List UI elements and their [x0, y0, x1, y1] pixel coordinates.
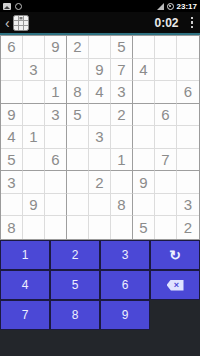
digit-button-6[interactable]: 6 — [100, 270, 150, 300]
sudoku-cell-r5c4[interactable] — [67, 126, 89, 149]
sudoku-cell-r3c1[interactable] — [1, 81, 23, 104]
sudoku-cell-r5c8[interactable] — [155, 126, 177, 149]
sudoku-cell-r2c1[interactable] — [1, 59, 23, 82]
sudoku-cell-r9c4[interactable] — [67, 216, 89, 239]
overflow-menu-icon[interactable] — [191, 17, 194, 29]
sudoku-cell-r3c2[interactable] — [23, 81, 45, 104]
ring-icon — [15, 3, 22, 10]
sudoku-cell-r7c7[interactable]: 9 — [133, 171, 155, 194]
sudoku-cell-r1c8[interactable] — [155, 36, 177, 59]
sudoku-cell-r8c9[interactable]: 3 — [177, 194, 199, 217]
sudoku-cell-r7c5[interactable]: 2 — [89, 171, 111, 194]
sudoku-cell-r3c8[interactable] — [155, 81, 177, 104]
sudoku-cell-r7c4[interactable] — [67, 171, 89, 194]
sudoku-cell-r8c8[interactable] — [155, 194, 177, 217]
backspace-icon: × — [167, 280, 184, 291]
sudoku-cell-r5c1[interactable]: 4 — [1, 126, 23, 149]
sudoku-cell-r2c9[interactable] — [177, 59, 199, 82]
digit-button-8[interactable]: 8 — [50, 300, 100, 330]
keypad-empty-slot — [150, 300, 200, 330]
sudoku-cell-r9c2[interactable] — [23, 216, 45, 239]
sudoku-cell-r4c6[interactable]: 2 — [111, 104, 133, 127]
sudoku-cell-r1c3[interactable]: 9 — [45, 36, 67, 59]
sudoku-cell-r1c6[interactable]: 5 — [111, 36, 133, 59]
backspace-button[interactable]: × — [150, 270, 200, 300]
sudoku-cell-r6c4[interactable] — [67, 149, 89, 172]
sudoku-cell-r2c2[interactable]: 3 — [23, 59, 45, 82]
sudoku-cell-r9c1[interactable]: 8 — [1, 216, 23, 239]
refresh-icon: ↻ — [169, 247, 181, 263]
sudoku-cell-r4c7[interactable] — [133, 104, 155, 127]
sudoku-cell-r5c2[interactable]: 1 — [23, 126, 45, 149]
sudoku-cell-r5c7[interactable] — [133, 126, 155, 149]
sudoku-cell-r8c4[interactable] — [67, 194, 89, 217]
sudoku-cell-r2c4[interactable] — [67, 59, 89, 82]
clock-icon — [167, 3, 174, 10]
sudoku-cell-r1c1[interactable]: 6 — [1, 36, 23, 59]
sudoku-cell-r4c2[interactable] — [23, 104, 45, 127]
status-bar: 23:17 — [0, 0, 200, 12]
sudoku-cell-r3c6[interactable]: 3 — [111, 81, 133, 104]
digit-button-7[interactable]: 7 — [0, 300, 50, 330]
sudoku-cell-r1c9[interactable] — [177, 36, 199, 59]
sudoku-cell-r6c2[interactable] — [23, 149, 45, 172]
sudoku-cell-r8c7[interactable] — [133, 194, 155, 217]
sudoku-cell-r4c9[interactable] — [177, 104, 199, 127]
sudoku-cell-r1c5[interactable] — [89, 36, 111, 59]
sudoku-cell-r9c8[interactable] — [155, 216, 177, 239]
sudoku-cell-r1c7[interactable] — [133, 36, 155, 59]
sudoku-cell-r8c6[interactable]: 8 — [111, 194, 133, 217]
photo-icon — [3, 3, 11, 10]
bottom-filler — [0, 330, 200, 356]
sudoku-board: 6925397418436935264135617329983852 — [0, 35, 200, 240]
sudoku-cell-r7c2[interactable] — [23, 171, 45, 194]
digit-button-4[interactable]: 4 — [0, 270, 50, 300]
sudoku-cell-r3c9[interactable]: 6 — [177, 81, 199, 104]
sudoku-cell-r4c4[interactable]: 5 — [67, 104, 89, 127]
sudoku-cell-r6c6[interactable]: 1 — [111, 149, 133, 172]
sudoku-cell-r7c9[interactable] — [177, 171, 199, 194]
action-bar: ‹ 0:02 — [0, 12, 200, 33]
digit-button-2[interactable]: 2 — [50, 240, 100, 270]
sudoku-cell-r2c7[interactable]: 4 — [133, 59, 155, 82]
digit-button-3[interactable]: 3 — [100, 240, 150, 270]
sudoku-cell-r6c3[interactable]: 6 — [45, 149, 67, 172]
sudoku-cell-r6c7[interactable] — [133, 149, 155, 172]
sudoku-cell-r6c1[interactable]: 5 — [1, 149, 23, 172]
sudoku-cell-r2c5[interactable]: 9 — [89, 59, 111, 82]
sudoku-cell-r9c6[interactable] — [111, 216, 133, 239]
sudoku-cell-r6c9[interactable] — [177, 149, 199, 172]
sudoku-cell-r5c6[interactable] — [111, 126, 133, 149]
back-button[interactable]: ‹ — [5, 16, 10, 30]
sudoku-cell-r1c4[interactable]: 2 — [67, 36, 89, 59]
sudoku-cell-r3c3[interactable]: 1 — [45, 81, 67, 104]
sudoku-cell-r3c7[interactable] — [133, 81, 155, 104]
sudoku-cell-r9c7[interactable]: 5 — [133, 216, 155, 239]
sudoku-cell-r2c6[interactable]: 7 — [111, 59, 133, 82]
sudoku-cell-r8c2[interactable]: 9 — [23, 194, 45, 217]
sudoku-cell-r9c9[interactable]: 2 — [177, 216, 199, 239]
sudoku-cell-r4c5[interactable] — [89, 104, 111, 127]
digit-button-9[interactable]: 9 — [100, 300, 150, 330]
sudoku-cell-r7c6[interactable] — [111, 171, 133, 194]
sudoku-app-icon[interactable] — [13, 15, 29, 31]
sudoku-cell-r4c1[interactable]: 9 — [1, 104, 23, 127]
sudoku-cell-r7c8[interactable] — [155, 171, 177, 194]
number-keypad: 123↻456×789 — [0, 240, 200, 330]
digit-button-1[interactable]: 1 — [0, 240, 50, 270]
sudoku-cell-r8c5[interactable] — [89, 194, 111, 217]
digit-button-5[interactable]: 5 — [50, 270, 100, 300]
sudoku-cell-r5c5[interactable]: 3 — [89, 126, 111, 149]
status-clock: 23:17 — [177, 2, 197, 11]
sudoku-cell-r2c8[interactable] — [155, 59, 177, 82]
sudoku-cell-r2c3[interactable] — [45, 59, 67, 82]
sudoku-cell-r9c5[interactable] — [89, 216, 111, 239]
sudoku-cell-r8c3[interactable] — [45, 194, 67, 217]
sudoku-cell-r6c5[interactable] — [89, 149, 111, 172]
sudoku-cell-r4c8[interactable]: 6 — [155, 104, 177, 127]
sudoku-cell-r1c2[interactable] — [23, 36, 45, 59]
sudoku-cell-r3c5[interactable]: 4 — [89, 81, 111, 104]
refresh-button[interactable]: ↻ — [150, 240, 200, 270]
sudoku-cell-r7c1[interactable]: 3 — [1, 171, 23, 194]
sudoku-cell-r9c3[interactable] — [45, 216, 67, 239]
sudoku-cell-r5c9[interactable] — [177, 126, 199, 149]
sudoku-cell-r4c3[interactable]: 3 — [45, 104, 67, 127]
sudoku-cell-r7c3[interactable] — [45, 171, 67, 194]
game-timer: 0:02 — [154, 16, 178, 30]
sudoku-cell-r3c4[interactable]: 8 — [67, 81, 89, 104]
sudoku-cell-r5c3[interactable] — [45, 126, 67, 149]
sudoku-cell-r8c1[interactable] — [1, 194, 23, 217]
signal-icon — [157, 3, 164, 10]
sudoku-cell-r6c8[interactable]: 7 — [155, 149, 177, 172]
